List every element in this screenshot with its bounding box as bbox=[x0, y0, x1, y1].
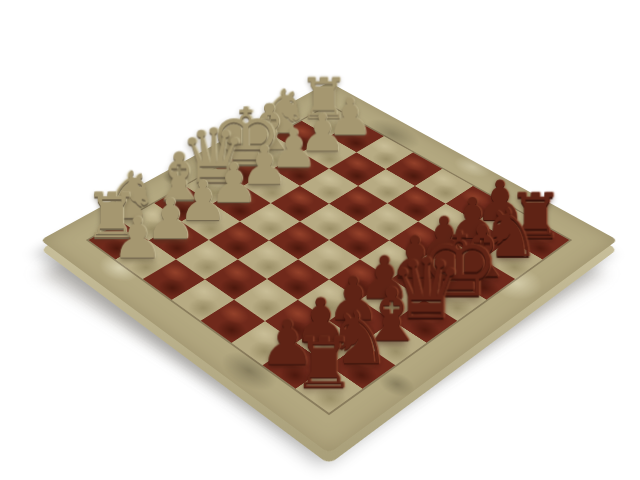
chess-set-photo: ♜♟♟♜♞♟♟♞♝♟♟♝♚♟♟♚♛♟♟♛♝♟♟♝♞♟♟♞♜♟♟♜ bbox=[0, 0, 640, 480]
piece-white-pawn[interactable]: ♟ bbox=[111, 210, 154, 267]
square-a8[interactable]: ♜ bbox=[295, 365, 362, 413]
square-e4[interactable] bbox=[299, 203, 358, 240]
piece-red-rook[interactable]: ♜ bbox=[291, 328, 339, 398]
board-grid: ♜♟♟♜♞♟♟♞♝♟♟♝♚♟♟♚♛♟♟♛♝♟♟♝♞♟♟♞♜♟♟♜ bbox=[89, 105, 570, 412]
chess-board: ♜♟♟♜♞♟♟♞♝♟♟♝♚♟♟♚♛♟♟♛♝♟♟♝♞♟♟♞♜♟♟♜ bbox=[41, 82, 618, 453]
